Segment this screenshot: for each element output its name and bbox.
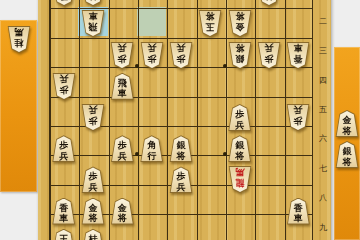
- piece-sente-8-8[interactable]: 金 将: [81, 198, 105, 225]
- hoshi-dot: [135, 64, 139, 68]
- piece-face: 王 将: [53, 230, 75, 240]
- piece-gote-9-1[interactable]: 香 車: [52, 0, 76, 6]
- piece-shape: 飛 車: [110, 73, 134, 100]
- piece-face: 金 将: [336, 111, 358, 136]
- piece-face: 香 車: [53, 0, 75, 5]
- piece-kanji: 香 車: [53, 203, 75, 224]
- piece-gote-8-5[interactable]: 歩 兵: [81, 104, 105, 131]
- piece-face: 金 将: [82, 199, 104, 224]
- piece-face: 金 将: [111, 199, 133, 224]
- piece-face: 金 将: [229, 11, 251, 36]
- piece-sente-3-6[interactable]: 銀 将: [228, 135, 252, 162]
- piece-kanji: 桂 馬: [258, 0, 280, 1]
- piece-kanji: 桂 馬: [82, 234, 104, 240]
- piece-shape: 飛 車: [81, 10, 105, 37]
- piece-face: 歩 兵: [111, 43, 133, 68]
- piece-kanji: 歩 兵: [170, 43, 192, 64]
- piece-kanji: 金 将: [111, 203, 133, 224]
- piece-face: 歩 兵: [287, 105, 309, 130]
- piece-shape: 金 将: [335, 110, 359, 137]
- hoshi-dot: [223, 152, 227, 156]
- piece-shape: 歩 兵: [52, 135, 76, 162]
- piece-gote-2-1[interactable]: 桂 馬: [257, 0, 281, 6]
- piece-shape: 金 将: [228, 10, 252, 37]
- piece-face: 香 車: [287, 43, 309, 68]
- board-layer: 二三四五六七八九香 車桂 馬桂 馬飛 車玉 将金 将歩 兵歩 兵歩 兵銀 将歩 …: [0, 0, 360, 240]
- piece-face: 香 車: [287, 199, 309, 224]
- piece-sente-7-8[interactable]: 金 将: [110, 198, 134, 225]
- piece-gote-9-4[interactable]: 歩 兵: [52, 73, 76, 100]
- piece-shape: 銀 将: [335, 141, 359, 168]
- piece-face: 飛 車: [82, 11, 104, 36]
- piece-sente-5-7[interactable]: 歩 兵: [169, 166, 193, 193]
- piece-sente-9-9[interactable]: 王 将: [52, 229, 76, 240]
- piece-shape: 銀 将: [228, 42, 252, 69]
- piece-shape: 銀 将: [169, 135, 193, 162]
- piece-gote-1-3[interactable]: 香 車: [286, 42, 310, 69]
- piece-shape: 香 車: [286, 42, 310, 69]
- piece-shape: 歩 兵: [110, 42, 134, 69]
- piece-face: 銀 将: [170, 136, 192, 161]
- piece-sente-8-7[interactable]: 歩 兵: [81, 166, 105, 193]
- piece-shape: 歩 兵: [257, 42, 281, 69]
- piece-sente-7-4[interactable]: 飛 車: [110, 73, 134, 100]
- piece-shape: 香 車: [286, 198, 310, 225]
- piece-shape: 歩 兵: [228, 104, 252, 131]
- piece-kanji: 龍 馬: [229, 167, 251, 188]
- piece-shape: 桂 馬: [81, 0, 105, 6]
- piece-face: 龍 馬: [229, 167, 251, 192]
- square-highlight-last-move-from[interactable]: [137, 7, 166, 36]
- piece-gote-3-7[interactable]: 龍 馬: [228, 166, 252, 193]
- piece-kanji: 歩 兵: [111, 140, 133, 161]
- piece-gote-3-2[interactable]: 金 将: [228, 10, 252, 37]
- piece-kanji: 飛 車: [82, 11, 104, 32]
- rank-label-4: 四: [315, 76, 331, 86]
- piece-face: 桂 馬: [8, 27, 30, 52]
- rank-label-8: 八: [315, 193, 331, 203]
- piece-sente-7-6[interactable]: 歩 兵: [110, 135, 134, 162]
- piece-sente-3-5[interactable]: 歩 兵: [228, 104, 252, 131]
- piece-gote-7-3[interactable]: 歩 兵: [110, 42, 134, 69]
- piece-face: 銀 将: [229, 43, 251, 68]
- piece-face: 桂 馬: [82, 0, 104, 5]
- piece-shape: 香 車: [52, 0, 76, 6]
- piece-kanji: 金 将: [229, 11, 251, 32]
- piece-gote-5-3[interactable]: 歩 兵: [169, 42, 193, 69]
- piece-shape: 歩 兵: [169, 42, 193, 69]
- piece-face: 歩 兵: [53, 136, 75, 161]
- hoshi-dot: [223, 64, 227, 68]
- piece-face: 角 行: [141, 136, 163, 161]
- piece-face: 歩 兵: [141, 43, 163, 68]
- piece-shape: 桂 馬: [81, 229, 105, 240]
- piece-kanji: 歩 兵: [229, 109, 251, 130]
- piece-shape: 桂 馬: [257, 0, 281, 6]
- piece-kanji: 歩 兵: [287, 105, 309, 126]
- rank-label-7: 七: [315, 164, 331, 174]
- piece-shape: 歩 兵: [81, 166, 105, 193]
- piece-kanji: 桂 馬: [8, 27, 30, 48]
- piece-face: 桂 馬: [258, 0, 280, 5]
- piece-kanji: 歩 兵: [141, 43, 163, 64]
- piece-face: 歩 兵: [82, 105, 104, 130]
- piece-sente-9-6[interactable]: 歩 兵: [52, 135, 76, 162]
- piece-kanji: 銀 将: [170, 140, 192, 161]
- piece-shape: 金 将: [110, 198, 134, 225]
- rank-label-6: 六: [315, 134, 331, 144]
- piece-sente-8-9[interactable]: 桂 馬: [81, 229, 105, 240]
- piece-kanji: 飛 車: [111, 78, 133, 99]
- piece-face: 歩 兵: [53, 74, 75, 99]
- piece-shape: 歩 兵: [140, 42, 164, 69]
- piece-kanji: 歩 兵: [111, 43, 133, 64]
- piece-gote-8-2[interactable]: 飛 車: [81, 10, 105, 37]
- piece-gote-6-3[interactable]: 歩 兵: [140, 42, 164, 69]
- piece-sente-5-6[interactable]: 銀 将: [169, 135, 193, 162]
- rank-label-2: 二: [315, 17, 331, 27]
- sente-hand-piece-1[interactable]: 銀 将: [335, 141, 359, 168]
- piece-kanji: 銀 将: [229, 140, 251, 161]
- piece-shape: 龍 馬: [228, 166, 252, 193]
- piece-face: 香 車: [53, 199, 75, 224]
- piece-kanji: 王 将: [53, 234, 75, 240]
- piece-shape: 銀 将: [228, 135, 252, 162]
- piece-kanji: 金 将: [82, 203, 104, 224]
- piece-kanji: 歩 兵: [170, 171, 192, 192]
- piece-sente-9-8[interactable]: 香 車: [52, 198, 76, 225]
- piece-face: 歩 兵: [170, 167, 192, 192]
- rank-label-3: 三: [315, 46, 331, 56]
- piece-shape: 歩 兵: [169, 166, 193, 193]
- sente-hand-piece-0[interactable]: 金 将: [335, 110, 359, 137]
- piece-shape: 角 行: [140, 135, 164, 162]
- piece-face: 歩 兵: [258, 43, 280, 68]
- piece-face: 歩 兵: [82, 167, 104, 192]
- piece-kanji: 銀 将: [336, 146, 358, 167]
- piece-shape: 金 将: [81, 198, 105, 225]
- piece-gote-2-3[interactable]: 歩 兵: [257, 42, 281, 69]
- gote-hand-piece-0[interactable]: 桂 馬: [7, 26, 31, 53]
- piece-shape: 香 車: [52, 198, 76, 225]
- piece-shape: 王 将: [52, 229, 76, 240]
- piece-shape: 玉 将: [198, 10, 222, 37]
- piece-kanji: 香 車: [53, 0, 75, 1]
- piece-kanji: 玉 将: [199, 11, 221, 32]
- piece-kanji: 歩 兵: [53, 74, 75, 95]
- piece-kanji: 歩 兵: [258, 43, 280, 64]
- piece-kanji: 銀 将: [229, 43, 251, 64]
- rank-label-5: 五: [315, 105, 331, 115]
- piece-gote-1-5[interactable]: 歩 兵: [286, 104, 310, 131]
- piece-face: 飛 車: [111, 74, 133, 99]
- piece-kanji: 角 行: [141, 140, 163, 161]
- piece-kanji: 金 将: [336, 115, 358, 136]
- piece-gote-3-3[interactable]: 銀 将: [228, 42, 252, 69]
- piece-face: 歩 兵: [229, 105, 251, 130]
- piece-sente-1-8[interactable]: 香 車: [286, 198, 310, 225]
- piece-sente-6-6[interactable]: 角 行: [140, 135, 164, 162]
- piece-face: 歩 兵: [111, 136, 133, 161]
- piece-face: 桂 馬: [82, 230, 104, 240]
- piece-gote-8-1[interactable]: 桂 馬: [81, 0, 105, 6]
- piece-kanji: 香 車: [287, 203, 309, 224]
- piece-shape: 歩 兵: [286, 104, 310, 131]
- piece-face: 銀 将: [336, 142, 358, 167]
- shogi-app: 二三四五六七八九香 車桂 馬桂 馬飛 車玉 将金 将歩 兵歩 兵歩 兵銀 将歩 …: [0, 0, 360, 240]
- rank-label-9: 九: [315, 223, 331, 233]
- piece-shape: 桂 馬: [7, 26, 31, 53]
- piece-face: 歩 兵: [170, 43, 192, 68]
- piece-kanji: 歩 兵: [82, 171, 104, 192]
- piece-shape: 歩 兵: [52, 73, 76, 100]
- piece-shape: 歩 兵: [110, 135, 134, 162]
- piece-kanji: 歩 兵: [53, 140, 75, 161]
- piece-kanji: 歩 兵: [82, 105, 104, 126]
- piece-face: 銀 将: [229, 136, 251, 161]
- piece-face: 玉 将: [199, 11, 221, 36]
- piece-kanji: 香 車: [287, 43, 309, 64]
- piece-shape: 歩 兵: [81, 104, 105, 131]
- piece-gote-4-2[interactable]: 玉 将: [198, 10, 222, 37]
- piece-kanji: 桂 馬: [82, 0, 104, 1]
- hoshi-dot: [135, 152, 139, 156]
